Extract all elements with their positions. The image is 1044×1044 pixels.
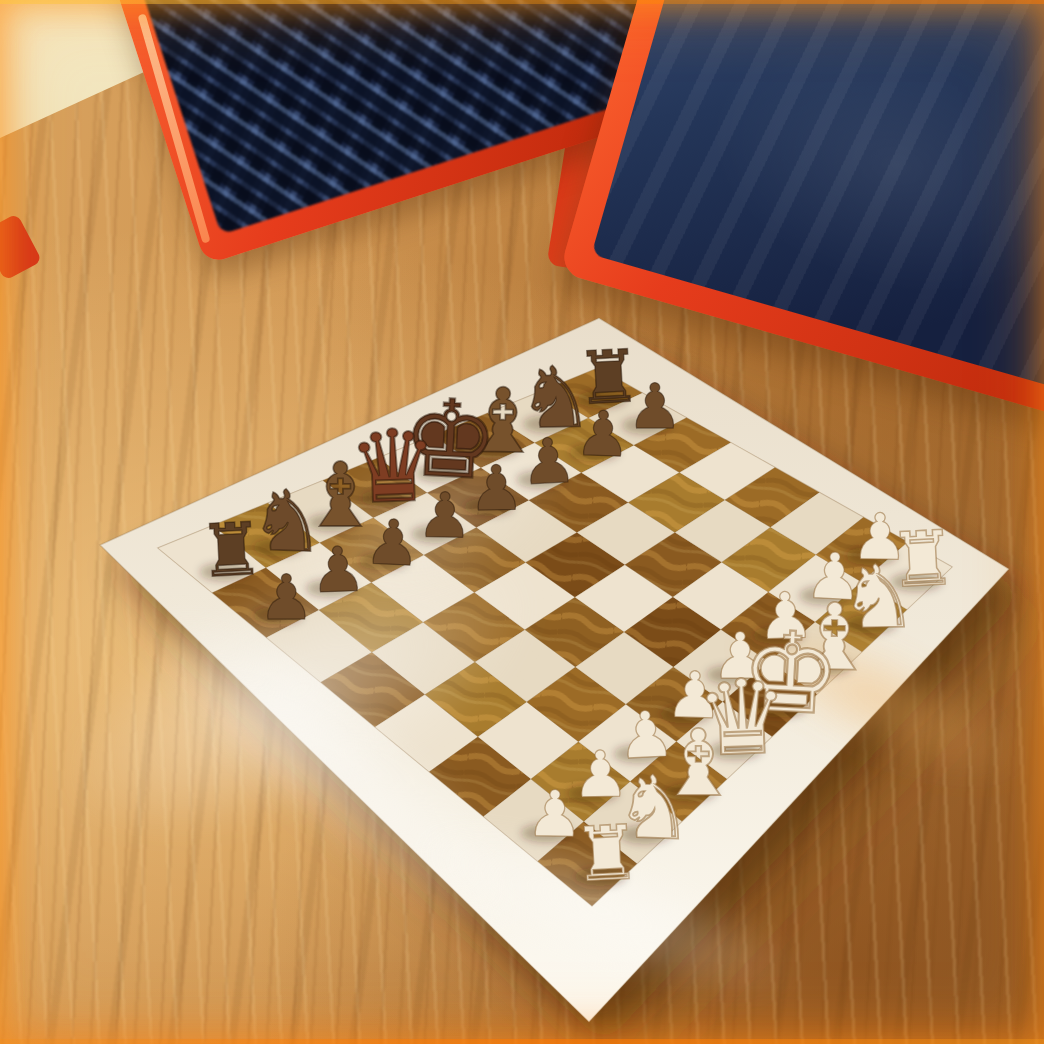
piece-black-pawn-g7[interactable]: ♟ bbox=[574, 397, 632, 472]
piece-white-rook-a1[interactable]: ♜ bbox=[571, 808, 643, 899]
piece-black-pawn-e7[interactable]: ♟ bbox=[468, 451, 525, 525]
piece-black-pawn-b7[interactable]: ♟ bbox=[309, 532, 367, 607]
piece-black-pawn-a7[interactable]: ♟ bbox=[258, 561, 314, 634]
piece-black-rook-a8[interactable]: ♜ bbox=[197, 506, 266, 593]
piece-black-pawn-f7[interactable]: ♟ bbox=[519, 423, 579, 499]
chess-board[interactable]: ♜♞♟♝♟♚♟♛♟♝♟♞♟♟♜♜♟♟♟♞♟♝♟♚♟♛♟♝♟♟♞♜ bbox=[0, 0, 1044, 1044]
piece-black-pawn-h7[interactable]: ♟ bbox=[627, 370, 683, 443]
photo-scene: ♜♞♟♝♟♚♟♛♟♝♟♞♟♟♜♜♟♟♟♞♟♝♟♚♟♛♟♝♟♟♞♜ bbox=[0, 0, 1044, 1044]
piece-black-pawn-d7[interactable]: ♟ bbox=[416, 479, 473, 553]
piece-black-pawn-c7[interactable]: ♟ bbox=[363, 505, 423, 581]
